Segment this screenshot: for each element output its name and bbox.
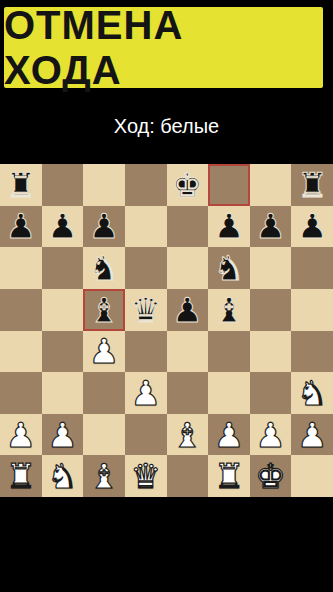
square-b6[interactable] <box>42 247 84 289</box>
square-g1[interactable]: ♚ <box>250 455 292 497</box>
square-a3[interactable] <box>0 372 42 414</box>
square-b5[interactable] <box>42 289 84 331</box>
square-a8[interactable]: ♜ <box>0 164 42 206</box>
square-b4[interactable] <box>42 331 84 373</box>
square-d3[interactable]: ♟ <box>125 372 167 414</box>
square-e6[interactable] <box>167 247 209 289</box>
white-pawn-piece[interactable]: ♟ <box>89 334 119 368</box>
black-pawn-piece[interactable]: ♟ <box>255 209 285 243</box>
black-rook-piece[interactable]: ♜ <box>6 168 36 202</box>
white-king-piece[interactable]: ♚ <box>255 459 285 493</box>
black-queen-piece[interactable]: ♛ <box>130 293 160 327</box>
black-pawn-piece[interactable]: ♟ <box>6 209 36 243</box>
square-f7[interactable]: ♟ <box>208 206 250 248</box>
square-d7[interactable] <box>125 206 167 248</box>
square-h7[interactable]: ♟ <box>291 206 333 248</box>
square-e8[interactable]: ♚ <box>167 164 209 206</box>
square-e5[interactable]: ♟ <box>167 289 209 331</box>
square-f1[interactable]: ♜ <box>208 455 250 497</box>
square-b7[interactable]: ♟ <box>42 206 84 248</box>
black-pawn-piece[interactable]: ♟ <box>89 209 119 243</box>
square-g7[interactable]: ♟ <box>250 206 292 248</box>
white-pawn-piece[interactable]: ♟ <box>47 418 77 452</box>
white-knight-piece[interactable]: ♞ <box>47 459 77 493</box>
square-b8[interactable] <box>42 164 84 206</box>
square-d2[interactable] <box>125 414 167 456</box>
square-g6[interactable] <box>250 247 292 289</box>
square-b1[interactable]: ♞ <box>42 455 84 497</box>
square-a4[interactable] <box>0 331 42 373</box>
square-d1[interactable]: ♛ <box>125 455 167 497</box>
turn-status-text: Ход: белые <box>0 88 333 164</box>
square-h4[interactable] <box>291 331 333 373</box>
undo-move-button[interactable]: ОТМЕНА ХОДА <box>4 7 323 88</box>
square-e2[interactable]: ♝ <box>167 414 209 456</box>
square-c1[interactable]: ♝ <box>83 455 125 497</box>
square-e4[interactable] <box>167 331 209 373</box>
white-bishop-piece[interactable]: ♝ <box>172 418 202 452</box>
square-d5[interactable]: ♛ <box>125 289 167 331</box>
white-rook-piece[interactable]: ♜ <box>6 459 36 493</box>
square-f8[interactable] <box>208 164 250 206</box>
square-b3[interactable] <box>42 372 84 414</box>
black-bishop-piece[interactable]: ♝ <box>214 293 244 327</box>
black-pawn-piece[interactable]: ♟ <box>172 293 202 327</box>
square-c5[interactable]: ♝ <box>83 289 125 331</box>
square-h3[interactable]: ♞ <box>291 372 333 414</box>
square-f3[interactable] <box>208 372 250 414</box>
black-rook-piece[interactable]: ♜ <box>297 168 327 202</box>
white-bishop-piece[interactable]: ♝ <box>89 459 119 493</box>
black-king-piece[interactable]: ♚ <box>172 168 202 202</box>
black-pawn-piece[interactable]: ♟ <box>297 209 327 243</box>
white-pawn-piece[interactable]: ♟ <box>130 376 160 410</box>
square-h8[interactable]: ♜ <box>291 164 333 206</box>
square-d6[interactable] <box>125 247 167 289</box>
square-d8[interactable] <box>125 164 167 206</box>
square-f2[interactable]: ♟ <box>208 414 250 456</box>
square-d4[interactable] <box>125 331 167 373</box>
square-g3[interactable] <box>250 372 292 414</box>
black-knight-piece[interactable]: ♞ <box>89 251 119 285</box>
black-knight-piece[interactable]: ♞ <box>214 251 244 285</box>
black-pawn-piece[interactable]: ♟ <box>214 209 244 243</box>
square-h1[interactable] <box>291 455 333 497</box>
square-e7[interactable] <box>167 206 209 248</box>
square-g2[interactable]: ♟ <box>250 414 292 456</box>
square-h5[interactable] <box>291 289 333 331</box>
square-c2[interactable] <box>83 414 125 456</box>
square-g4[interactable] <box>250 331 292 373</box>
square-c8[interactable] <box>83 164 125 206</box>
app-screen: ОТМЕНА ХОДА Ход: белые ♜♚♜♟♟♟♟♟♟♞♞♝♛♟♝♟♟… <box>0 0 333 592</box>
square-h6[interactable] <box>291 247 333 289</box>
square-c3[interactable] <box>83 372 125 414</box>
square-f6[interactable]: ♞ <box>208 247 250 289</box>
white-pawn-piece[interactable]: ♟ <box>214 418 244 452</box>
square-f4[interactable] <box>208 331 250 373</box>
square-g5[interactable] <box>250 289 292 331</box>
square-e3[interactable] <box>167 372 209 414</box>
square-c7[interactable]: ♟ <box>83 206 125 248</box>
black-pawn-piece[interactable]: ♟ <box>47 209 77 243</box>
black-bishop-piece[interactable]: ♝ <box>89 293 119 327</box>
white-queen-piece[interactable]: ♛ <box>130 459 160 493</box>
square-e1[interactable] <box>167 455 209 497</box>
square-c6[interactable]: ♞ <box>83 247 125 289</box>
chess-board: ♜♚♜♟♟♟♟♟♟♞♞♝♛♟♝♟♟♞♟♟♝♟♟♟♜♞♝♛♜♚ <box>0 164 333 497</box>
square-a2[interactable]: ♟ <box>0 414 42 456</box>
square-a6[interactable] <box>0 247 42 289</box>
square-g8[interactable] <box>250 164 292 206</box>
white-rook-piece[interactable]: ♜ <box>214 459 244 493</box>
square-a5[interactable] <box>0 289 42 331</box>
square-c4[interactable]: ♟ <box>83 331 125 373</box>
white-pawn-piece[interactable]: ♟ <box>297 418 327 452</box>
square-h2[interactable]: ♟ <box>291 414 333 456</box>
white-pawn-piece[interactable]: ♟ <box>6 418 36 452</box>
square-b2[interactable]: ♟ <box>42 414 84 456</box>
square-a7[interactable]: ♟ <box>0 206 42 248</box>
white-knight-piece[interactable]: ♞ <box>297 376 327 410</box>
square-a1[interactable]: ♜ <box>0 455 42 497</box>
white-pawn-piece[interactable]: ♟ <box>255 418 285 452</box>
square-f5[interactable]: ♝ <box>208 289 250 331</box>
